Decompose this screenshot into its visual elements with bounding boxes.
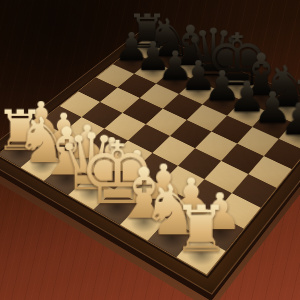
chess-scene: ♜♞♝♛♚♝♞♜♟♟♟♟♟♟♟♟♟♟♟♟♟♟♟♟♜♞♝♛♚♝♞♜: [0, 0, 300, 300]
board-3d-scene: ♜♞♝♛♚♝♞♜♟♟♟♟♟♟♟♟♟♟♟♟♟♟♟♟♜♞♝♛♚♝♞♜: [0, 0, 300, 300]
piece-white-rook[interactable]: ♜: [173, 199, 230, 260]
piece-black-pawn[interactable]: ♟: [279, 99, 300, 141]
square-h1[interactable]: ♜: [176, 235, 225, 275]
